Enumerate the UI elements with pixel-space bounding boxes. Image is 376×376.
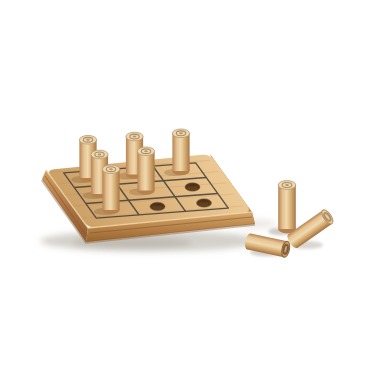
hole-r1c2[interactable] [185, 183, 200, 192]
peg-r1c1[interactable] [137, 147, 154, 195]
hole-r2c1[interactable] [150, 202, 165, 211]
scene [0, 0, 376, 376]
peg-r0c2[interactable] [172, 129, 189, 175]
peg-r2c0[interactable] [102, 165, 119, 214]
hole-r2c2[interactable] [196, 199, 211, 208]
product-photo [0, 0, 376, 376]
loose-peg-standing-body[interactable] [278, 181, 296, 234]
